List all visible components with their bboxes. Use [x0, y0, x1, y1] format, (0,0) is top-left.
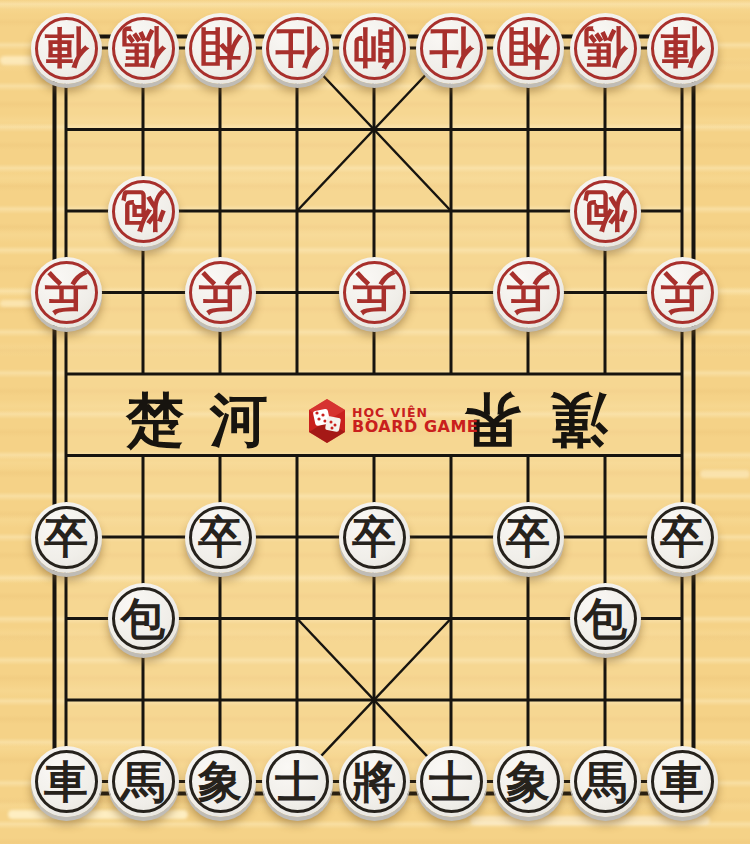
board-point: 傌	[105, 7, 182, 89]
board-point: 仕	[413, 7, 490, 89]
piece-red-chariot[interactable]: 俥	[31, 13, 102, 84]
board-point	[259, 578, 336, 660]
board-point	[567, 659, 644, 741]
board-point	[182, 659, 259, 741]
board-point	[413, 578, 490, 660]
board-point: 卒	[490, 496, 567, 578]
board-point: 士	[259, 741, 336, 823]
board-point: 炮	[567, 170, 644, 252]
piece-character: 炮	[583, 189, 627, 233]
piece-red-advisor[interactable]: 仕	[416, 13, 487, 84]
board-point	[28, 578, 105, 660]
piece-black-cannon[interactable]: 包	[570, 583, 641, 654]
board-point: 卒	[28, 496, 105, 578]
piece-character: 傌	[583, 26, 627, 70]
board-point	[413, 415, 490, 497]
piece-character: 馬	[121, 760, 165, 804]
piece-red-chariot[interactable]: 俥	[647, 13, 718, 84]
board-point	[567, 89, 644, 171]
piece-red-soldier[interactable]: 兵	[185, 257, 256, 328]
board-point: 馬	[105, 741, 182, 823]
board-point	[182, 89, 259, 171]
piece-character: 士	[429, 760, 473, 804]
piece-red-cannon[interactable]: 炮	[108, 176, 179, 247]
board-point	[28, 333, 105, 415]
piece-character: 炮	[121, 189, 165, 233]
board-point	[644, 415, 721, 497]
board-point: 包	[105, 578, 182, 660]
board-point	[28, 659, 105, 741]
board-point: 仕	[259, 7, 336, 89]
board-point	[336, 659, 413, 741]
board-point	[567, 415, 644, 497]
board-point: 相	[182, 7, 259, 89]
piece-character: 兵	[44, 271, 88, 315]
board-point	[28, 170, 105, 252]
board-point: 兵	[490, 252, 567, 334]
piece-black-horse[interactable]: 馬	[108, 746, 179, 817]
piece-character: 相	[506, 26, 550, 70]
board-point	[567, 333, 644, 415]
board-point: 兵	[644, 252, 721, 334]
board-point	[259, 333, 336, 415]
board-point	[259, 170, 336, 252]
board-point	[567, 252, 644, 334]
board-point	[259, 252, 336, 334]
board-point: 卒	[644, 496, 721, 578]
board-point: 相	[490, 7, 567, 89]
board-point: 兵	[28, 252, 105, 334]
board-point	[644, 89, 721, 171]
piece-red-general[interactable]: 帥	[339, 13, 410, 84]
board-point	[336, 415, 413, 497]
piece-character: 兵	[660, 271, 704, 315]
board-point	[182, 170, 259, 252]
piece-character: 相	[198, 26, 242, 70]
board-point	[490, 415, 567, 497]
board-point	[413, 659, 490, 741]
piece-character: 象	[506, 760, 550, 804]
board-point: 馬	[567, 741, 644, 823]
piece-character: 卒	[198, 515, 242, 559]
piece-red-elephant[interactable]: 相	[493, 13, 564, 84]
piece-character: 帥	[352, 26, 396, 70]
piece-black-advisor[interactable]: 士	[416, 746, 487, 817]
board-point	[336, 89, 413, 171]
board-point	[413, 89, 490, 171]
board-point: 包	[567, 578, 644, 660]
piece-character: 車	[44, 760, 88, 804]
board-point	[644, 578, 721, 660]
piece-character: 包	[121, 597, 165, 641]
piece-red-elephant[interactable]: 相	[185, 13, 256, 84]
board-point: 兵	[336, 252, 413, 334]
piece-black-horse[interactable]: 馬	[570, 746, 641, 817]
board-point	[490, 89, 567, 171]
piece-character: 將	[352, 760, 396, 804]
board-point	[413, 496, 490, 578]
piece-character: 車	[660, 760, 704, 804]
piece-red-advisor[interactable]: 仕	[262, 13, 333, 84]
board-point: 士	[413, 741, 490, 823]
board-point	[644, 333, 721, 415]
piece-black-advisor[interactable]: 士	[262, 746, 333, 817]
board-point	[182, 333, 259, 415]
board-point: 傌	[567, 7, 644, 89]
xiangqi-board-screenshot: 楚 河 界 漢 HỌC VIỆN BOARD GAME 俥傌相仕帥仕相傌俥炮炮兵…	[0, 0, 750, 844]
board-point: 卒	[336, 496, 413, 578]
board-point: 卒	[182, 496, 259, 578]
piece-black-soldier[interactable]: 卒	[339, 502, 410, 573]
piece-character: 兵	[198, 271, 242, 315]
board-point: 帥	[336, 7, 413, 89]
board-point	[490, 333, 567, 415]
piece-red-soldier[interactable]: 兵	[31, 257, 102, 328]
piece-character: 卒	[352, 515, 396, 559]
board-point	[259, 659, 336, 741]
board-point	[105, 659, 182, 741]
board-point	[490, 170, 567, 252]
board-point	[28, 89, 105, 171]
board-point	[490, 659, 567, 741]
piece-character: 包	[583, 597, 627, 641]
board-point	[644, 659, 721, 741]
board-point	[413, 333, 490, 415]
board-point	[28, 415, 105, 497]
board-point: 車	[28, 741, 105, 823]
piece-black-cannon[interactable]: 包	[108, 583, 179, 654]
piece-red-horse[interactable]: 傌	[570, 13, 641, 84]
piece-character: 象	[198, 760, 242, 804]
board-point: 炮	[105, 170, 182, 252]
board-point: 俥	[644, 7, 721, 89]
piece-black-soldier[interactable]: 卒	[647, 502, 718, 573]
piece-character: 仕	[429, 26, 473, 70]
piece-character: 傌	[121, 26, 165, 70]
board-point	[105, 496, 182, 578]
piece-black-soldier[interactable]: 卒	[31, 502, 102, 573]
board-point	[490, 578, 567, 660]
board-point	[336, 333, 413, 415]
piece-red-soldier[interactable]: 兵	[339, 257, 410, 328]
piece-black-chariot[interactable]: 車	[31, 746, 102, 817]
piece-black-soldier[interactable]: 卒	[185, 502, 256, 573]
piece-red-soldier[interactable]: 兵	[493, 257, 564, 328]
piece-character: 仕	[275, 26, 319, 70]
board-point: 象	[490, 741, 567, 823]
board-point: 車	[644, 741, 721, 823]
board-point	[644, 170, 721, 252]
piece-red-soldier[interactable]: 兵	[647, 257, 718, 328]
board-point	[259, 496, 336, 578]
piece-character: 馬	[583, 760, 627, 804]
piece-character: 卒	[44, 515, 88, 559]
board-grid: 俥傌相仕帥仕相傌俥炮炮兵兵兵兵兵卒卒卒卒卒包包車馬象士將士象馬車	[28, 7, 721, 822]
board-point: 兵	[182, 252, 259, 334]
piece-character: 俥	[44, 26, 88, 70]
board-point	[259, 89, 336, 171]
board-point	[182, 578, 259, 660]
piece-black-elephant[interactable]: 象	[185, 746, 256, 817]
board-point	[413, 252, 490, 334]
piece-character: 兵	[352, 271, 396, 315]
piece-black-general[interactable]: 將	[339, 746, 410, 817]
piece-black-elephant[interactable]: 象	[493, 746, 564, 817]
board-point: 將	[336, 741, 413, 823]
piece-character: 卒	[660, 515, 704, 559]
piece-red-horse[interactable]: 傌	[108, 13, 179, 84]
board-point: 象	[182, 741, 259, 823]
board-point	[182, 415, 259, 497]
board-point: 俥	[28, 7, 105, 89]
piece-character: 俥	[660, 26, 704, 70]
piece-character: 兵	[506, 271, 550, 315]
piece-black-chariot[interactable]: 車	[647, 746, 718, 817]
board-point	[105, 333, 182, 415]
board-point	[567, 496, 644, 578]
board-point	[336, 578, 413, 660]
board-point	[105, 89, 182, 171]
board-point	[413, 170, 490, 252]
board-point	[336, 170, 413, 252]
board-point	[259, 415, 336, 497]
piece-red-cannon[interactable]: 炮	[570, 176, 641, 247]
piece-black-soldier[interactable]: 卒	[493, 502, 564, 573]
board-point	[105, 252, 182, 334]
board-point	[105, 415, 182, 497]
piece-character: 士	[275, 760, 319, 804]
piece-character: 卒	[506, 515, 550, 559]
